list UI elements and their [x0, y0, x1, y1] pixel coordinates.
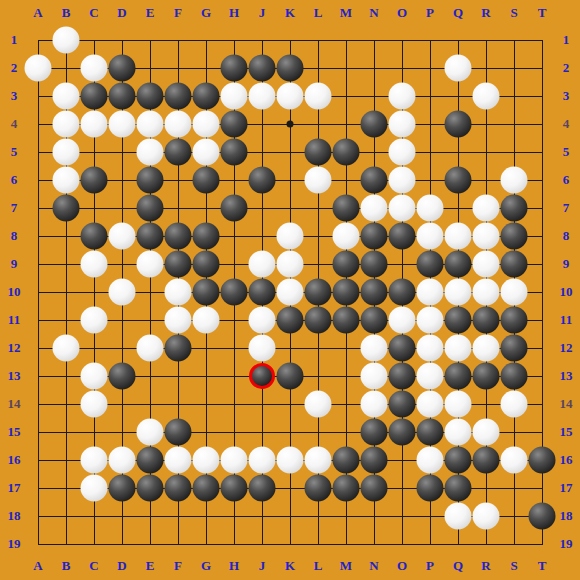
- white-stone-D10[interactable]: [109, 279, 136, 306]
- white-stone-E5[interactable]: [137, 139, 164, 166]
- intersection-S10[interactable]: [500, 278, 528, 306]
- intersection-F7[interactable]: [164, 194, 192, 222]
- intersection-F10[interactable]: [164, 278, 192, 306]
- intersection-K12[interactable]: [276, 334, 304, 362]
- white-stone-L14[interactable]: [305, 391, 332, 418]
- intersection-N19[interactable]: [360, 530, 388, 558]
- intersection-Q18[interactable]: [444, 502, 472, 530]
- intersection-R3[interactable]: [472, 82, 500, 110]
- intersection-D6[interactable]: [108, 166, 136, 194]
- black-stone-J2[interactable]: [249, 55, 276, 82]
- intersection-T11[interactable]: [528, 306, 556, 334]
- white-stone-C2[interactable]: [81, 55, 108, 82]
- black-stone-O14[interactable]: [389, 391, 416, 418]
- intersection-Q1[interactable]: [444, 26, 472, 54]
- black-stone-Q11[interactable]: [445, 307, 472, 334]
- black-stone-D3[interactable]: [109, 83, 136, 110]
- white-stone-F10[interactable]: [165, 279, 192, 306]
- black-stone-M16[interactable]: [333, 447, 360, 474]
- black-stone-G17[interactable]: [193, 475, 220, 502]
- intersection-L6[interactable]: [304, 166, 332, 194]
- black-stone-N8[interactable]: [361, 223, 388, 250]
- black-stone-D2[interactable]: [109, 55, 136, 82]
- intersection-J7[interactable]: [248, 194, 276, 222]
- intersection-R12[interactable]: [472, 334, 500, 362]
- black-stone-O10[interactable]: [389, 279, 416, 306]
- black-stone-O13[interactable]: [389, 363, 416, 390]
- intersection-T5[interactable]: [528, 138, 556, 166]
- white-stone-K9[interactable]: [277, 251, 304, 278]
- intersection-B1[interactable]: [52, 26, 80, 54]
- intersection-N5[interactable]: [360, 138, 388, 166]
- intersection-F3[interactable]: [164, 82, 192, 110]
- white-stone-P7[interactable]: [417, 195, 444, 222]
- intersection-M7[interactable]: [332, 194, 360, 222]
- intersection-L4[interactable]: [304, 110, 332, 138]
- intersection-K2[interactable]: [276, 54, 304, 82]
- white-stone-K10[interactable]: [277, 279, 304, 306]
- black-stone-M5[interactable]: [333, 139, 360, 166]
- intersection-S15[interactable]: [500, 418, 528, 446]
- black-stone-S13[interactable]: [501, 363, 528, 390]
- intersection-C9[interactable]: [80, 250, 108, 278]
- intersection-A17[interactable]: [24, 474, 52, 502]
- black-stone-N11[interactable]: [361, 307, 388, 334]
- intersection-D10[interactable]: [108, 278, 136, 306]
- black-stone-Q4[interactable]: [445, 111, 472, 138]
- white-stone-R7[interactable]: [473, 195, 500, 222]
- intersection-R2[interactable]: [472, 54, 500, 82]
- intersection-D15[interactable]: [108, 418, 136, 446]
- intersection-R10[interactable]: [472, 278, 500, 306]
- intersection-A13[interactable]: [24, 362, 52, 390]
- intersection-M8[interactable]: [332, 222, 360, 250]
- intersection-M18[interactable]: [332, 502, 360, 530]
- white-stone-L16[interactable]: [305, 447, 332, 474]
- white-stone-K16[interactable]: [277, 447, 304, 474]
- intersection-G17[interactable]: [192, 474, 220, 502]
- intersection-B16[interactable]: [52, 446, 80, 474]
- intersection-H14[interactable]: [220, 390, 248, 418]
- intersection-T1[interactable]: [528, 26, 556, 54]
- intersection-P7[interactable]: [416, 194, 444, 222]
- intersection-D5[interactable]: [108, 138, 136, 166]
- intersection-E16[interactable]: [136, 446, 164, 474]
- intersection-P19[interactable]: [416, 530, 444, 558]
- intersection-D1[interactable]: [108, 26, 136, 54]
- intersection-J8[interactable]: [248, 222, 276, 250]
- white-stone-D16[interactable]: [109, 447, 136, 474]
- intersection-Q16[interactable]: [444, 446, 472, 474]
- intersection-H10[interactable]: [220, 278, 248, 306]
- intersection-D8[interactable]: [108, 222, 136, 250]
- intersection-K13[interactable]: [276, 362, 304, 390]
- intersection-P2[interactable]: [416, 54, 444, 82]
- intersection-E8[interactable]: [136, 222, 164, 250]
- intersection-T10[interactable]: [528, 278, 556, 306]
- white-stone-P12[interactable]: [417, 335, 444, 362]
- intersection-G6[interactable]: [192, 166, 220, 194]
- intersection-F13[interactable]: [164, 362, 192, 390]
- intersection-S18[interactable]: [500, 502, 528, 530]
- intersection-J15[interactable]: [248, 418, 276, 446]
- black-stone-J13-last-move-marker[interactable]: [249, 363, 275, 389]
- black-stone-K2[interactable]: [277, 55, 304, 82]
- intersection-G2[interactable]: [192, 54, 220, 82]
- intersection-N14[interactable]: [360, 390, 388, 418]
- black-stone-N4[interactable]: [361, 111, 388, 138]
- intersection-B17[interactable]: [52, 474, 80, 502]
- intersection-H4[interactable]: [220, 110, 248, 138]
- intersection-Q10[interactable]: [444, 278, 472, 306]
- intersection-R14[interactable]: [472, 390, 500, 418]
- white-stone-Q15[interactable]: [445, 419, 472, 446]
- intersection-E7[interactable]: [136, 194, 164, 222]
- intersection-G3[interactable]: [192, 82, 220, 110]
- intersection-R4[interactable]: [472, 110, 500, 138]
- intersection-A10[interactable]: [24, 278, 52, 306]
- intersection-B10[interactable]: [52, 278, 80, 306]
- intersection-F11[interactable]: [164, 306, 192, 334]
- intersection-D3[interactable]: [108, 82, 136, 110]
- intersection-P1[interactable]: [416, 26, 444, 54]
- intersection-H13[interactable]: [220, 362, 248, 390]
- intersection-C14[interactable]: [80, 390, 108, 418]
- intersection-E19[interactable]: [136, 530, 164, 558]
- intersection-B15[interactable]: [52, 418, 80, 446]
- black-stone-J10[interactable]: [249, 279, 276, 306]
- intersection-Q12[interactable]: [444, 334, 472, 362]
- intersection-H5[interactable]: [220, 138, 248, 166]
- intersection-H17[interactable]: [220, 474, 248, 502]
- intersection-N15[interactable]: [360, 418, 388, 446]
- black-stone-S11[interactable]: [501, 307, 528, 334]
- black-stone-R11[interactable]: [473, 307, 500, 334]
- intersection-Q19[interactable]: [444, 530, 472, 558]
- intersection-M14[interactable]: [332, 390, 360, 418]
- intersection-N1[interactable]: [360, 26, 388, 54]
- intersection-C10[interactable]: [80, 278, 108, 306]
- intersection-F16[interactable]: [164, 446, 192, 474]
- black-stone-Q6[interactable]: [445, 167, 472, 194]
- intersection-J14[interactable]: [248, 390, 276, 418]
- intersection-M17[interactable]: [332, 474, 360, 502]
- intersection-R1[interactable]: [472, 26, 500, 54]
- white-stone-B6[interactable]: [53, 167, 80, 194]
- white-stone-N7[interactable]: [361, 195, 388, 222]
- intersection-P9[interactable]: [416, 250, 444, 278]
- white-stone-A2[interactable]: [25, 55, 52, 82]
- white-stone-Q14[interactable]: [445, 391, 472, 418]
- intersection-D13[interactable]: [108, 362, 136, 390]
- intersection-N4[interactable]: [360, 110, 388, 138]
- black-stone-G10[interactable]: [193, 279, 220, 306]
- intersection-K7[interactable]: [276, 194, 304, 222]
- intersection-O15[interactable]: [388, 418, 416, 446]
- intersection-F2[interactable]: [164, 54, 192, 82]
- white-stone-O3[interactable]: [389, 83, 416, 110]
- intersection-G10[interactable]: [192, 278, 220, 306]
- intersection-T15[interactable]: [528, 418, 556, 446]
- intersection-L7[interactable]: [304, 194, 332, 222]
- intersection-B7[interactable]: [52, 194, 80, 222]
- intersection-N12[interactable]: [360, 334, 388, 362]
- intersection-T3[interactable]: [528, 82, 556, 110]
- intersection-S2[interactable]: [500, 54, 528, 82]
- intersection-F1[interactable]: [164, 26, 192, 54]
- intersection-L12[interactable]: [304, 334, 332, 362]
- intersection-D14[interactable]: [108, 390, 136, 418]
- white-stone-L3[interactable]: [305, 83, 332, 110]
- intersection-S5[interactable]: [500, 138, 528, 166]
- black-stone-S12[interactable]: [501, 335, 528, 362]
- intersection-T19[interactable]: [528, 530, 556, 558]
- white-stone-H3[interactable]: [221, 83, 248, 110]
- intersection-G11[interactable]: [192, 306, 220, 334]
- black-stone-M10[interactable]: [333, 279, 360, 306]
- intersection-G13[interactable]: [192, 362, 220, 390]
- intersection-P16[interactable]: [416, 446, 444, 474]
- intersection-E10[interactable]: [136, 278, 164, 306]
- intersection-F19[interactable]: [164, 530, 192, 558]
- intersection-K15[interactable]: [276, 418, 304, 446]
- white-stone-G4[interactable]: [193, 111, 220, 138]
- white-stone-N13[interactable]: [361, 363, 388, 390]
- intersection-O14[interactable]: [388, 390, 416, 418]
- white-stone-P14[interactable]: [417, 391, 444, 418]
- intersection-O4[interactable]: [388, 110, 416, 138]
- white-stone-D4[interactable]: [109, 111, 136, 138]
- intersection-C8[interactable]: [80, 222, 108, 250]
- black-stone-M7[interactable]: [333, 195, 360, 222]
- intersection-M15[interactable]: [332, 418, 360, 446]
- intersection-A16[interactable]: [24, 446, 52, 474]
- black-stone-P17[interactable]: [417, 475, 444, 502]
- intersection-C12[interactable]: [80, 334, 108, 362]
- intersection-J12[interactable]: [248, 334, 276, 362]
- intersection-K11[interactable]: [276, 306, 304, 334]
- black-stone-C6[interactable]: [81, 167, 108, 194]
- intersection-N7[interactable]: [360, 194, 388, 222]
- intersection-K1[interactable]: [276, 26, 304, 54]
- intersection-D16[interactable]: [108, 446, 136, 474]
- intersection-C15[interactable]: [80, 418, 108, 446]
- white-stone-J3[interactable]: [249, 83, 276, 110]
- white-stone-E4[interactable]: [137, 111, 164, 138]
- intersection-A8[interactable]: [24, 222, 52, 250]
- intersection-K5[interactable]: [276, 138, 304, 166]
- intersection-A18[interactable]: [24, 502, 52, 530]
- black-stone-F3[interactable]: [165, 83, 192, 110]
- black-stone-N9[interactable]: [361, 251, 388, 278]
- white-stone-H16[interactable]: [221, 447, 248, 474]
- intersection-D11[interactable]: [108, 306, 136, 334]
- intersection-N3[interactable]: [360, 82, 388, 110]
- intersection-A2[interactable]: [24, 54, 52, 82]
- intersection-L16[interactable]: [304, 446, 332, 474]
- intersection-L8[interactable]: [304, 222, 332, 250]
- white-stone-J11[interactable]: [249, 307, 276, 334]
- black-stone-G8[interactable]: [193, 223, 220, 250]
- white-stone-G5[interactable]: [193, 139, 220, 166]
- black-stone-K11[interactable]: [277, 307, 304, 334]
- intersection-B2[interactable]: [52, 54, 80, 82]
- white-stone-Q18[interactable]: [445, 503, 472, 530]
- intersection-L1[interactable]: [304, 26, 332, 54]
- intersection-O17[interactable]: [388, 474, 416, 502]
- intersection-E1[interactable]: [136, 26, 164, 54]
- intersection-A6[interactable]: [24, 166, 52, 194]
- intersection-G19[interactable]: [192, 530, 220, 558]
- intersection-Q3[interactable]: [444, 82, 472, 110]
- intersection-H12[interactable]: [220, 334, 248, 362]
- intersection-E12[interactable]: [136, 334, 164, 362]
- white-stone-J9[interactable]: [249, 251, 276, 278]
- white-stone-S16[interactable]: [501, 447, 528, 474]
- intersection-O3[interactable]: [388, 82, 416, 110]
- black-stone-L17[interactable]: [305, 475, 332, 502]
- black-stone-F12[interactable]: [165, 335, 192, 362]
- intersection-J16[interactable]: [248, 446, 276, 474]
- intersection-H3[interactable]: [220, 82, 248, 110]
- black-stone-H5[interactable]: [221, 139, 248, 166]
- white-stone-B12[interactable]: [53, 335, 80, 362]
- intersection-F5[interactable]: [164, 138, 192, 166]
- intersection-T4[interactable]: [528, 110, 556, 138]
- intersection-S16[interactable]: [500, 446, 528, 474]
- intersection-F14[interactable]: [164, 390, 192, 418]
- intersection-C2[interactable]: [80, 54, 108, 82]
- white-stone-O6[interactable]: [389, 167, 416, 194]
- black-stone-Q16[interactable]: [445, 447, 472, 474]
- intersection-B14[interactable]: [52, 390, 80, 418]
- intersection-Q14[interactable]: [444, 390, 472, 418]
- black-stone-L10[interactable]: [305, 279, 332, 306]
- intersection-L3[interactable]: [304, 82, 332, 110]
- intersection-N18[interactable]: [360, 502, 388, 530]
- intersection-E3[interactable]: [136, 82, 164, 110]
- intersection-D17[interactable]: [108, 474, 136, 502]
- intersection-R18[interactable]: [472, 502, 500, 530]
- intersection-L11[interactable]: [304, 306, 332, 334]
- intersection-E14[interactable]: [136, 390, 164, 418]
- intersection-T8[interactable]: [528, 222, 556, 250]
- intersection-H2[interactable]: [220, 54, 248, 82]
- white-stone-C17[interactable]: [81, 475, 108, 502]
- intersection-H15[interactable]: [220, 418, 248, 446]
- intersection-J19[interactable]: [248, 530, 276, 558]
- white-stone-Q8[interactable]: [445, 223, 472, 250]
- intersection-G4[interactable]: [192, 110, 220, 138]
- intersection-S19[interactable]: [500, 530, 528, 558]
- black-stone-Q9[interactable]: [445, 251, 472, 278]
- intersection-C19[interactable]: [80, 530, 108, 558]
- intersection-O2[interactable]: [388, 54, 416, 82]
- white-stone-C9[interactable]: [81, 251, 108, 278]
- black-stone-P9[interactable]: [417, 251, 444, 278]
- white-stone-N12[interactable]: [361, 335, 388, 362]
- black-stone-H10[interactable]: [221, 279, 248, 306]
- intersection-K10[interactable]: [276, 278, 304, 306]
- intersection-A14[interactable]: [24, 390, 52, 418]
- intersection-M2[interactable]: [332, 54, 360, 82]
- intersection-O10[interactable]: [388, 278, 416, 306]
- intersection-E6[interactable]: [136, 166, 164, 194]
- intersection-G18[interactable]: [192, 502, 220, 530]
- white-stone-S10[interactable]: [501, 279, 528, 306]
- black-stone-S8[interactable]: [501, 223, 528, 250]
- intersection-S3[interactable]: [500, 82, 528, 110]
- intersection-T14[interactable]: [528, 390, 556, 418]
- white-stone-O4[interactable]: [389, 111, 416, 138]
- intersection-Q11[interactable]: [444, 306, 472, 334]
- white-stone-C16[interactable]: [81, 447, 108, 474]
- white-stone-R10[interactable]: [473, 279, 500, 306]
- intersection-J4[interactable]: [248, 110, 276, 138]
- black-stone-M11[interactable]: [333, 307, 360, 334]
- intersection-B6[interactable]: [52, 166, 80, 194]
- intersection-O5[interactable]: [388, 138, 416, 166]
- black-stone-N10[interactable]: [361, 279, 388, 306]
- white-stone-Q10[interactable]: [445, 279, 472, 306]
- intersection-E15[interactable]: [136, 418, 164, 446]
- intersection-P11[interactable]: [416, 306, 444, 334]
- intersection-H7[interactable]: [220, 194, 248, 222]
- intersection-T6[interactable]: [528, 166, 556, 194]
- intersection-N13[interactable]: [360, 362, 388, 390]
- intersection-M9[interactable]: [332, 250, 360, 278]
- intersection-E9[interactable]: [136, 250, 164, 278]
- intersection-M3[interactable]: [332, 82, 360, 110]
- white-stone-J16[interactable]: [249, 447, 276, 474]
- intersection-G9[interactable]: [192, 250, 220, 278]
- white-stone-Q12[interactable]: [445, 335, 472, 362]
- intersection-A1[interactable]: [24, 26, 52, 54]
- intersection-P3[interactable]: [416, 82, 444, 110]
- intersection-P10[interactable]: [416, 278, 444, 306]
- black-stone-H7[interactable]: [221, 195, 248, 222]
- white-stone-E15[interactable]: [137, 419, 164, 446]
- intersection-A12[interactable]: [24, 334, 52, 362]
- intersection-R5[interactable]: [472, 138, 500, 166]
- black-stone-E8[interactable]: [137, 223, 164, 250]
- intersection-M4[interactable]: [332, 110, 360, 138]
- black-stone-J17[interactable]: [249, 475, 276, 502]
- intersection-R13[interactable]: [472, 362, 500, 390]
- white-stone-P10[interactable]: [417, 279, 444, 306]
- intersection-J3[interactable]: [248, 82, 276, 110]
- intersection-P14[interactable]: [416, 390, 444, 418]
- white-stone-R3[interactable]: [473, 83, 500, 110]
- intersection-S7[interactable]: [500, 194, 528, 222]
- white-stone-K8[interactable]: [277, 223, 304, 250]
- intersection-P6[interactable]: [416, 166, 444, 194]
- intersection-S4[interactable]: [500, 110, 528, 138]
- intersection-F15[interactable]: [164, 418, 192, 446]
- black-stone-P15[interactable]: [417, 419, 444, 446]
- black-stone-H17[interactable]: [221, 475, 248, 502]
- intersection-A3[interactable]: [24, 82, 52, 110]
- white-stone-B5[interactable]: [53, 139, 80, 166]
- intersection-L5[interactable]: [304, 138, 332, 166]
- black-stone-R13[interactable]: [473, 363, 500, 390]
- intersection-P15[interactable]: [416, 418, 444, 446]
- white-stone-C13[interactable]: [81, 363, 108, 390]
- white-stone-P8[interactable]: [417, 223, 444, 250]
- intersection-D7[interactable]: [108, 194, 136, 222]
- intersection-B11[interactable]: [52, 306, 80, 334]
- intersection-K3[interactable]: [276, 82, 304, 110]
